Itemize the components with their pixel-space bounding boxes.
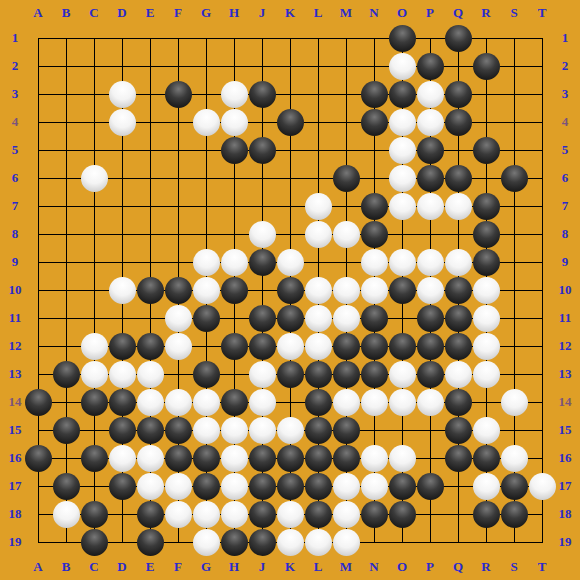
white-stone-N9 [361, 249, 388, 276]
white-stone-C12 [81, 333, 108, 360]
intersection-H7[interactable] [220, 192, 248, 220]
intersection-C3[interactable] [80, 80, 108, 108]
intersection-R6[interactable] [472, 164, 500, 192]
black-stone-P2 [417, 53, 444, 80]
white-stone-K9 [277, 249, 304, 276]
intersection-L15 [304, 416, 332, 444]
intersection-K1[interactable] [276, 24, 304, 52]
intersection-E5[interactable] [136, 136, 164, 164]
intersection-M3[interactable] [332, 80, 360, 108]
white-stone-R17 [473, 473, 500, 500]
intersection-C2[interactable] [80, 52, 108, 80]
intersection-B4[interactable] [52, 108, 80, 136]
intersection-E7[interactable] [136, 192, 164, 220]
intersection-K14[interactable] [276, 388, 304, 416]
white-stone-H16 [221, 445, 248, 472]
intersection-S4[interactable] [500, 108, 528, 136]
intersection-B10[interactable] [52, 276, 80, 304]
intersection-Q6 [444, 164, 472, 192]
col-label-T-bottom: T [528, 555, 556, 579]
intersection-S3[interactable] [500, 80, 528, 108]
intersection-B11[interactable] [52, 304, 80, 332]
black-stone-R7 [473, 193, 500, 220]
intersection-S12[interactable] [500, 332, 528, 360]
intersection-R17 [472, 472, 500, 500]
intersection-M4[interactable] [332, 108, 360, 136]
intersection-N1[interactable] [360, 24, 388, 52]
intersection-N5[interactable] [360, 136, 388, 164]
intersection-K9 [276, 248, 304, 276]
intersection-L3[interactable] [304, 80, 332, 108]
intersection-N2[interactable] [360, 52, 388, 80]
intersection-M5[interactable] [332, 136, 360, 164]
intersection-T12[interactable] [528, 332, 556, 360]
white-stone-H17 [221, 473, 248, 500]
black-stone-Q10 [445, 277, 472, 304]
intersection-B8[interactable] [52, 220, 80, 248]
col-label-E-top: E [136, 1, 164, 25]
white-stone-M17 [333, 473, 360, 500]
intersection-P16[interactable] [416, 444, 444, 472]
intersection-Q8[interactable] [444, 220, 472, 248]
intersection-H3 [220, 80, 248, 108]
intersection-M13 [332, 360, 360, 388]
intersection-T11[interactable] [528, 304, 556, 332]
intersection-E12 [136, 332, 164, 360]
intersection-E8[interactable] [136, 220, 164, 248]
intersection-K7[interactable] [276, 192, 304, 220]
col-label-S-top: S [500, 1, 528, 25]
intersection-E6[interactable] [136, 164, 164, 192]
white-stone-G10 [193, 277, 220, 304]
intersection-A6[interactable] [24, 164, 52, 192]
intersection-H2[interactable] [220, 52, 248, 80]
white-stone-F14 [165, 389, 192, 416]
intersection-A1[interactable] [24, 24, 52, 52]
intersection-J4[interactable] [248, 108, 276, 136]
white-stone-F11 [165, 305, 192, 332]
col-label-J-top: J [248, 1, 276, 25]
intersection-Q17[interactable] [444, 472, 472, 500]
intersection-K8[interactable] [276, 220, 304, 248]
intersection-B12[interactable] [52, 332, 80, 360]
intersection-S11[interactable] [500, 304, 528, 332]
intersection-Q4 [444, 108, 472, 136]
intersection-P2 [416, 52, 444, 80]
black-stone-C16 [81, 445, 108, 472]
white-stone-O14 [389, 389, 416, 416]
intersection-B16[interactable] [52, 444, 80, 472]
intersection-N15[interactable] [360, 416, 388, 444]
intersection-J5 [248, 136, 276, 164]
intersection-D6[interactable] [108, 164, 136, 192]
intersection-N19[interactable] [360, 528, 388, 556]
black-stone-P12 [417, 333, 444, 360]
intersection-G7[interactable] [192, 192, 220, 220]
white-stone-O5 [389, 137, 416, 164]
intersection-K19 [276, 528, 304, 556]
intersection-F13[interactable] [164, 360, 192, 388]
intersection-B19[interactable] [52, 528, 80, 556]
intersection-F11 [164, 304, 192, 332]
intersection-T15[interactable] [528, 416, 556, 444]
intersection-G12[interactable] [192, 332, 220, 360]
intersection-R1[interactable] [472, 24, 500, 52]
black-stone-M13 [333, 361, 360, 388]
black-stone-S17 [501, 473, 528, 500]
intersection-S9[interactable] [500, 248, 528, 276]
intersection-C4[interactable] [80, 108, 108, 136]
intersection-T6[interactable] [528, 164, 556, 192]
intersection-K10 [276, 276, 304, 304]
intersection-L1[interactable] [304, 24, 332, 52]
black-stone-K17 [277, 473, 304, 500]
intersection-A7[interactable] [24, 192, 52, 220]
intersection-E10 [136, 276, 164, 304]
intersection-J6[interactable] [248, 164, 276, 192]
intersection-G17 [192, 472, 220, 500]
white-stone-J13 [249, 361, 276, 388]
intersection-F17 [164, 472, 192, 500]
black-stone-D15 [109, 417, 136, 444]
black-stone-L14 [305, 389, 332, 416]
intersection-S15[interactable] [500, 416, 528, 444]
white-stone-O16 [389, 445, 416, 472]
intersection-A17[interactable] [24, 472, 52, 500]
intersection-M1[interactable] [332, 24, 360, 52]
intersection-P19[interactable] [416, 528, 444, 556]
intersection-K5[interactable] [276, 136, 304, 164]
intersection-F8[interactable] [164, 220, 192, 248]
intersection-T19[interactable] [528, 528, 556, 556]
intersection-O6 [388, 164, 416, 192]
intersection-G1[interactable] [192, 24, 220, 52]
black-stone-Q4 [445, 109, 472, 136]
intersection-B13 [52, 360, 80, 388]
white-stone-E14 [137, 389, 164, 416]
intersection-B1[interactable] [52, 24, 80, 52]
col-label-F-bottom: F [164, 555, 192, 579]
col-label-J-bottom: J [248, 555, 276, 579]
white-stone-K15 [277, 417, 304, 444]
intersection-G5[interactable] [192, 136, 220, 164]
intersection-B6[interactable] [52, 164, 80, 192]
black-stone-P6 [417, 165, 444, 192]
intersection-B5[interactable] [52, 136, 80, 164]
intersection-M9[interactable] [332, 248, 360, 276]
white-stone-Q13 [445, 361, 472, 388]
intersection-R14[interactable] [472, 388, 500, 416]
intersection-F18 [164, 500, 192, 528]
intersection-O1 [388, 24, 416, 52]
intersection-G3[interactable] [192, 80, 220, 108]
intersection-N6[interactable] [360, 164, 388, 192]
intersection-L5[interactable] [304, 136, 332, 164]
intersection-A13[interactable] [24, 360, 52, 388]
col-label-N-bottom: N [360, 555, 388, 579]
white-stone-Q7 [445, 193, 472, 220]
intersection-H1[interactable] [220, 24, 248, 52]
intersection-D19[interactable] [108, 528, 136, 556]
intersection-E9[interactable] [136, 248, 164, 276]
intersection-D1[interactable] [108, 24, 136, 52]
intersection-R2 [472, 52, 500, 80]
intersection-L6[interactable] [304, 164, 332, 192]
intersection-C1[interactable] [80, 24, 108, 52]
intersection-D2[interactable] [108, 52, 136, 80]
intersection-C9[interactable] [80, 248, 108, 276]
intersection-Q5[interactable] [444, 136, 472, 164]
intersection-A2[interactable] [24, 52, 52, 80]
white-stone-O4 [389, 109, 416, 136]
intersection-B9[interactable] [52, 248, 80, 276]
white-stone-P4 [417, 109, 444, 136]
black-stone-L13 [305, 361, 332, 388]
intersection-A3[interactable] [24, 80, 52, 108]
intersection-R19[interactable] [472, 528, 500, 556]
intersection-R18 [472, 500, 500, 528]
white-stone-R11 [473, 305, 500, 332]
intersection-P13 [416, 360, 444, 388]
intersection-H11[interactable] [220, 304, 248, 332]
intersection-S10[interactable] [500, 276, 528, 304]
black-stone-J18 [249, 501, 276, 528]
intersection-M7[interactable] [332, 192, 360, 220]
intersection-E11[interactable] [136, 304, 164, 332]
black-stone-P17 [417, 473, 444, 500]
intersection-A15[interactable] [24, 416, 52, 444]
white-stone-M18 [333, 501, 360, 528]
intersection-H8[interactable] [220, 220, 248, 248]
col-label-C-top: C [80, 1, 108, 25]
intersection-J1[interactable] [248, 24, 276, 52]
intersection-L16 [304, 444, 332, 472]
intersection-J10[interactable] [248, 276, 276, 304]
intersection-T5[interactable] [528, 136, 556, 164]
intersection-T9[interactable] [528, 248, 556, 276]
intersection-Q18[interactable] [444, 500, 472, 528]
intersection-B18 [52, 500, 80, 528]
white-stone-L12 [305, 333, 332, 360]
col-label-L-bottom: L [304, 555, 332, 579]
intersection-O16 [388, 444, 416, 472]
intersection-C7[interactable] [80, 192, 108, 220]
intersection-F1[interactable] [164, 24, 192, 52]
intersection-Q2[interactable] [444, 52, 472, 80]
intersection-C15[interactable] [80, 416, 108, 444]
intersection-P8[interactable] [416, 220, 444, 248]
intersection-Q16 [444, 444, 472, 472]
intersection-T10[interactable] [528, 276, 556, 304]
intersection-L8 [304, 220, 332, 248]
intersection-F4[interactable] [164, 108, 192, 136]
intersection-D7[interactable] [108, 192, 136, 220]
black-stone-J16 [249, 445, 276, 472]
intersection-E1[interactable] [136, 24, 164, 52]
intersection-T1[interactable] [528, 24, 556, 52]
intersection-G2[interactable] [192, 52, 220, 80]
intersection-D9[interactable] [108, 248, 136, 276]
intersection-E2[interactable] [136, 52, 164, 80]
intersection-O11[interactable] [388, 304, 416, 332]
black-stone-D17 [109, 473, 136, 500]
black-stone-A16 [25, 445, 52, 472]
white-stone-E13 [137, 361, 164, 388]
intersection-G4 [192, 108, 220, 136]
intersection-L4[interactable] [304, 108, 332, 136]
intersection-F7[interactable] [164, 192, 192, 220]
white-stone-P9 [417, 249, 444, 276]
intersection-G6[interactable] [192, 164, 220, 192]
intersection-T8[interactable] [528, 220, 556, 248]
intersection-J7[interactable] [248, 192, 276, 220]
black-stone-G17 [193, 473, 220, 500]
intersection-C8[interactable] [80, 220, 108, 248]
intersection-T2[interactable] [528, 52, 556, 80]
intersection-G8[interactable] [192, 220, 220, 248]
intersection-A11[interactable] [24, 304, 52, 332]
intersection-K2[interactable] [276, 52, 304, 80]
intersection-S19[interactable] [500, 528, 528, 556]
intersection-L2[interactable] [304, 52, 332, 80]
intersection-B14[interactable] [52, 388, 80, 416]
white-stone-M14 [333, 389, 360, 416]
intersection-Q19[interactable] [444, 528, 472, 556]
intersection-R4[interactable] [472, 108, 500, 136]
intersection-G15 [192, 416, 220, 444]
intersection-F2[interactable] [164, 52, 192, 80]
intersection-D12 [108, 332, 136, 360]
intersection-A10[interactable] [24, 276, 52, 304]
black-stone-G13 [193, 361, 220, 388]
black-stone-K10 [277, 277, 304, 304]
intersection-T7[interactable] [528, 192, 556, 220]
intersection-S2[interactable] [500, 52, 528, 80]
col-label-F-top: F [164, 1, 192, 25]
black-stone-N11 [361, 305, 388, 332]
intersection-S5[interactable] [500, 136, 528, 164]
intersection-C5[interactable] [80, 136, 108, 164]
intersection-P15[interactable] [416, 416, 444, 444]
white-stone-L7 [305, 193, 332, 220]
intersection-S7[interactable] [500, 192, 528, 220]
intersection-B7[interactable] [52, 192, 80, 220]
black-stone-F16 [165, 445, 192, 472]
black-stone-M15 [333, 417, 360, 444]
white-stone-E17 [137, 473, 164, 500]
intersection-D11[interactable] [108, 304, 136, 332]
white-stone-R15 [473, 417, 500, 444]
intersection-O15[interactable] [388, 416, 416, 444]
intersection-P5 [416, 136, 444, 164]
white-stone-M10 [333, 277, 360, 304]
intersection-B2[interactable] [52, 52, 80, 80]
intersection-S1[interactable] [500, 24, 528, 52]
intersection-S18 [500, 500, 528, 528]
intersection-F9[interactable] [164, 248, 192, 276]
intersection-K17 [276, 472, 304, 500]
intersection-C10[interactable] [80, 276, 108, 304]
intersection-H13[interactable] [220, 360, 248, 388]
intersection-J17 [248, 472, 276, 500]
intersection-B3[interactable] [52, 80, 80, 108]
intersection-A18[interactable] [24, 500, 52, 528]
intersection-C14 [80, 388, 108, 416]
col-label-L-top: L [304, 1, 332, 25]
intersection-A12[interactable] [24, 332, 52, 360]
intersection-M2[interactable] [332, 52, 360, 80]
intersection-T4[interactable] [528, 108, 556, 136]
intersection-T14[interactable] [528, 388, 556, 416]
intersection-H6[interactable] [220, 164, 248, 192]
white-stone-O6 [389, 165, 416, 192]
intersection-D5[interactable] [108, 136, 136, 164]
intersection-J2[interactable] [248, 52, 276, 80]
intersection-K6[interactable] [276, 164, 304, 192]
intersection-K18 [276, 500, 304, 528]
black-stone-D14 [109, 389, 136, 416]
intersection-F19[interactable] [164, 528, 192, 556]
intersection-A4[interactable] [24, 108, 52, 136]
black-stone-B15 [53, 417, 80, 444]
white-stone-J15 [249, 417, 276, 444]
white-stone-L11 [305, 305, 332, 332]
intersection-T18[interactable] [528, 500, 556, 528]
intersection-E15 [136, 416, 164, 444]
white-stone-T17 [529, 473, 556, 500]
intersection-F5[interactable] [164, 136, 192, 164]
black-stone-S6 [501, 165, 528, 192]
intersection-A8[interactable] [24, 220, 52, 248]
intersection-N3 [360, 80, 388, 108]
white-stone-G4 [193, 109, 220, 136]
intersection-S13[interactable] [500, 360, 528, 388]
intersection-F6[interactable] [164, 164, 192, 192]
intersection-C17[interactable] [80, 472, 108, 500]
white-stone-H4 [221, 109, 248, 136]
intersection-D8[interactable] [108, 220, 136, 248]
black-stone-F15 [165, 417, 192, 444]
white-stone-H3 [221, 81, 248, 108]
black-stone-J12 [249, 333, 276, 360]
intersection-N13 [360, 360, 388, 388]
intersection-K3[interactable] [276, 80, 304, 108]
intersection-A5[interactable] [24, 136, 52, 164]
intersection-L9[interactable] [304, 248, 332, 276]
intersection-K15 [276, 416, 304, 444]
intersection-J11 [248, 304, 276, 332]
intersection-E4[interactable] [136, 108, 164, 136]
col-label-K-top: K [276, 1, 304, 25]
intersection-A19[interactable] [24, 528, 52, 556]
intersection-T3[interactable] [528, 80, 556, 108]
intersection-R3[interactable] [472, 80, 500, 108]
intersection-K12 [276, 332, 304, 360]
intersection-D18[interactable] [108, 500, 136, 528]
intersection-O8[interactable] [388, 220, 416, 248]
intersection-C11[interactable] [80, 304, 108, 332]
white-stone-L8 [305, 221, 332, 248]
intersection-S8[interactable] [500, 220, 528, 248]
intersection-T16[interactable] [528, 444, 556, 472]
intersection-P18[interactable] [416, 500, 444, 528]
intersection-O19[interactable] [388, 528, 416, 556]
intersection-P1[interactable] [416, 24, 444, 52]
intersection-A9[interactable] [24, 248, 52, 276]
intersection-E3[interactable] [136, 80, 164, 108]
intersection-G16 [192, 444, 220, 472]
intersection-T13[interactable] [528, 360, 556, 388]
